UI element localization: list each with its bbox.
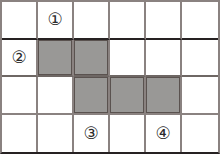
circled-number-label: ④ [155, 125, 170, 142]
cell-r4c1[interactable] [2, 115, 38, 153]
cell-r4c4[interactable] [110, 115, 146, 153]
cell-r3c5[interactable] [146, 77, 182, 115]
cell-r4c2[interactable] [38, 115, 74, 153]
circled-number-label: ① [47, 11, 62, 28]
cell-r4c3[interactable]: ③ [74, 115, 110, 153]
cell-r3c6[interactable] [182, 77, 218, 115]
cell-r3c3[interactable] [74, 77, 110, 115]
cell-r1c5[interactable] [146, 2, 182, 40]
cell-r1c4[interactable] [110, 2, 146, 40]
cell-r4c6[interactable] [182, 115, 218, 153]
cell-r2c2[interactable] [38, 40, 74, 78]
cell-r1c6[interactable] [182, 2, 218, 40]
cell-r3c4[interactable] [110, 77, 146, 115]
cell-r3c2[interactable] [38, 77, 74, 115]
circled-number-label: ② [11, 49, 26, 66]
puzzle-board: ①②③④ [0, 0, 220, 154]
cell-r3c1[interactable] [2, 77, 38, 115]
cell-r1c2[interactable]: ① [38, 2, 74, 40]
cell-r2c1[interactable]: ② [2, 40, 38, 78]
cell-r1c3[interactable] [74, 2, 110, 40]
cell-r1c1[interactable] [2, 2, 38, 40]
cell-r2c3[interactable] [74, 40, 110, 78]
cell-r2c5[interactable] [146, 40, 182, 78]
circled-number-label: ③ [83, 125, 98, 142]
cell-r2c4[interactable] [110, 40, 146, 78]
cell-r4c5[interactable]: ④ [146, 115, 182, 153]
cell-r2c6[interactable] [182, 40, 218, 78]
